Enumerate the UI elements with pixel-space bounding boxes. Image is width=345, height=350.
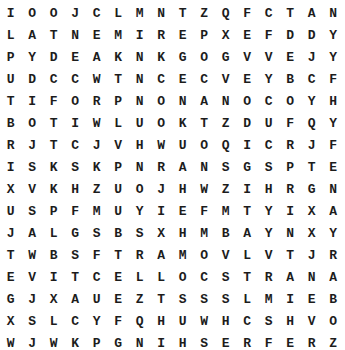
grid-cell[interactable]: S <box>215 156 237 178</box>
grid-cell[interactable]: L <box>0 24 22 46</box>
grid-cell[interactable]: U <box>129 112 151 134</box>
grid-cell[interactable]: A <box>280 266 302 288</box>
grid-cell[interactable]: P <box>280 156 302 178</box>
grid-cell[interactable]: S <box>22 200 44 222</box>
grid-cell[interactable]: E <box>108 266 130 288</box>
grid-cell[interactable]: S <box>22 310 44 332</box>
grid-cell[interactable]: W <box>86 68 108 90</box>
grid-cell[interactable]: P <box>86 332 108 350</box>
grid-cell[interactable]: L <box>151 266 173 288</box>
grid-cell[interactable]: Y <box>258 222 280 244</box>
grid-cell[interactable]: L <box>43 222 65 244</box>
grid-cell[interactable]: C <box>301 68 323 90</box>
grid-cell[interactable]: C <box>65 310 87 332</box>
grid-cell[interactable]: O <box>22 112 44 134</box>
grid-cell[interactable]: N <box>194 156 216 178</box>
grid-cell[interactable]: N <box>151 2 173 24</box>
grid-cell[interactable]: H <box>280 310 302 332</box>
grid-cell[interactable]: N <box>65 24 87 46</box>
grid-cell[interactable]: J <box>65 2 87 24</box>
grid-cell[interactable]: O <box>151 112 173 134</box>
grid-cell[interactable]: L <box>108 2 130 24</box>
grid-cell[interactable]: A <box>323 200 345 222</box>
grid-cell[interactable]: Y <box>258 68 280 90</box>
grid-cell[interactable]: H <box>258 178 280 200</box>
grid-cell[interactable]: Q <box>215 134 237 156</box>
grid-cell[interactable]: O <box>22 2 44 24</box>
grid-cell[interactable]: G <box>215 46 237 68</box>
grid-cell[interactable]: E <box>172 200 194 222</box>
grid-cell[interactable]: N <box>323 178 345 200</box>
grid-cell[interactable]: P <box>108 156 130 178</box>
grid-cell[interactable]: Z <box>323 332 345 350</box>
grid-cell[interactable]: H <box>151 310 173 332</box>
grid-cell[interactable]: O <box>151 90 173 112</box>
grid-cell[interactable]: M <box>172 244 194 266</box>
grid-cell[interactable]: E <box>237 68 259 90</box>
grid-cell[interactable]: X <box>43 288 65 310</box>
grid-cell[interactable]: U <box>86 288 108 310</box>
grid-cell[interactable]: G <box>237 156 259 178</box>
grid-cell[interactable]: S <box>65 244 87 266</box>
grid-cell[interactable]: T <box>280 2 302 24</box>
grid-cell[interactable]: E <box>280 332 302 350</box>
grid-cell[interactable]: N <box>129 68 151 90</box>
grid-cell[interactable]: H <box>129 134 151 156</box>
grid-cell[interactable]: G <box>65 222 87 244</box>
grid-cell[interactable]: J <box>86 134 108 156</box>
grid-cell[interactable]: I <box>65 112 87 134</box>
grid-cell[interactable]: F <box>43 90 65 112</box>
grid-cell[interactable]: L <box>237 244 259 266</box>
grid-cell[interactable]: V <box>22 178 44 200</box>
grid-cell[interactable]: R <box>151 24 173 46</box>
grid-cell[interactable]: Q <box>129 310 151 332</box>
grid-cell[interactable]: V <box>301 310 323 332</box>
grid-cell[interactable]: K <box>86 156 108 178</box>
grid-cell[interactable]: A <box>86 46 108 68</box>
grid-cell[interactable]: A <box>65 288 87 310</box>
grid-cell[interactable]: X <box>215 24 237 46</box>
grid-cell[interactable]: K <box>43 156 65 178</box>
grid-cell[interactable]: P <box>194 24 216 46</box>
grid-cell[interactable]: T <box>301 156 323 178</box>
grid-cell[interactable]: A <box>237 222 259 244</box>
grid-cell[interactable]: F <box>323 68 345 90</box>
grid-cell[interactable]: M <box>194 222 216 244</box>
grid-cell[interactable]: C <box>151 68 173 90</box>
grid-cell[interactable]: N <box>129 156 151 178</box>
grid-cell[interactable]: I <box>0 156 22 178</box>
grid-cell[interactable]: T <box>0 90 22 112</box>
grid-cell[interactable]: J <box>151 178 173 200</box>
grid-cell[interactable]: N <box>323 2 345 24</box>
grid-cell[interactable]: E <box>237 24 259 46</box>
grid-cell[interactable]: T <box>151 288 173 310</box>
grid-cell[interactable]: E <box>215 332 237 350</box>
grid-cell[interactable]: Z <box>215 178 237 200</box>
grid-cell[interactable]: Q <box>215 2 237 24</box>
grid-cell[interactable]: D <box>280 24 302 46</box>
grid-cell[interactable]: G <box>0 288 22 310</box>
grid-cell[interactable]: W <box>194 310 216 332</box>
grid-cell[interactable]: O <box>280 90 302 112</box>
grid-cell[interactable]: M <box>215 200 237 222</box>
grid-cell[interactable]: R <box>280 134 302 156</box>
grid-cell[interactable]: R <box>129 244 151 266</box>
grid-cell[interactable]: E <box>172 68 194 90</box>
grid-cell[interactable]: O <box>172 266 194 288</box>
grid-cell[interactable]: M <box>129 2 151 24</box>
grid-cell[interactable]: R <box>323 244 345 266</box>
grid-cell[interactable]: Y <box>323 112 345 134</box>
grid-cell[interactable]: V <box>215 68 237 90</box>
grid-cell[interactable]: A <box>172 156 194 178</box>
grid-cell[interactable]: B <box>43 244 65 266</box>
grid-cell[interactable]: G <box>301 178 323 200</box>
grid-cell[interactable]: H <box>172 332 194 350</box>
grid-cell[interactable]: Y <box>86 310 108 332</box>
grid-cell[interactable]: P <box>0 46 22 68</box>
grid-cell[interactable]: H <box>215 310 237 332</box>
grid-cell[interactable]: J <box>0 222 22 244</box>
grid-cell[interactable]: A <box>301 2 323 24</box>
grid-cell[interactable]: G <box>108 332 130 350</box>
grid-cell[interactable]: U <box>0 68 22 90</box>
grid-cell[interactable]: V <box>22 266 44 288</box>
grid-cell[interactable]: B <box>323 288 345 310</box>
grid-cell[interactable]: A <box>194 90 216 112</box>
grid-cell[interactable]: E <box>108 288 130 310</box>
grid-cell[interactable]: X <box>0 178 22 200</box>
grid-cell[interactable]: J <box>22 332 44 350</box>
grid-cell[interactable]: O <box>194 46 216 68</box>
grid-cell[interactable]: M <box>258 288 280 310</box>
grid-cell[interactable]: O <box>43 2 65 24</box>
grid-cell[interactable]: Z <box>86 178 108 200</box>
grid-cell[interactable]: Z <box>215 112 237 134</box>
grid-cell[interactable]: C <box>258 90 280 112</box>
grid-cell[interactable]: B <box>215 222 237 244</box>
grid-cell[interactable]: W <box>22 244 44 266</box>
grid-cell[interactable]: N <box>129 90 151 112</box>
grid-cell[interactable]: E <box>0 266 22 288</box>
grid-cell[interactable]: Q <box>301 112 323 134</box>
grid-cell[interactable]: B <box>0 112 22 134</box>
grid-cell[interactable]: V <box>108 134 130 156</box>
grid-cell[interactable]: C <box>237 310 259 332</box>
grid-cell[interactable]: S <box>65 156 87 178</box>
grid-cell[interactable]: J <box>301 134 323 156</box>
grid-cell[interactable]: H <box>65 178 87 200</box>
grid-cell[interactable]: I <box>280 200 302 222</box>
grid-cell[interactable]: U <box>172 310 194 332</box>
grid-cell[interactable]: T <box>0 244 22 266</box>
grid-cell[interactable]: T <box>108 68 130 90</box>
grid-cell[interactable]: V <box>258 46 280 68</box>
grid-cell[interactable]: V <box>215 244 237 266</box>
grid-cell[interactable]: C <box>194 266 216 288</box>
grid-cell[interactable]: C <box>258 2 280 24</box>
grid-cell[interactable]: F <box>108 310 130 332</box>
grid-cell[interactable]: O <box>194 134 216 156</box>
grid-cell[interactable]: R <box>301 332 323 350</box>
grid-cell[interactable]: W <box>0 332 22 350</box>
grid-cell[interactable]: T <box>65 266 87 288</box>
grid-cell[interactable]: C <box>65 68 87 90</box>
grid-cell[interactable]: L <box>237 288 259 310</box>
grid-cell[interactable]: N <box>172 90 194 112</box>
grid-cell[interactable]: V <box>258 244 280 266</box>
grid-cell[interactable]: R <box>237 332 259 350</box>
grid-cell[interactable]: S <box>172 288 194 310</box>
grid-cell[interactable]: I <box>280 288 302 310</box>
grid-cell[interactable]: E <box>172 24 194 46</box>
grid-cell[interactable]: Z <box>129 288 151 310</box>
grid-cell[interactable]: H <box>172 178 194 200</box>
grid-cell[interactable]: T <box>280 244 302 266</box>
grid-cell[interactable]: H <box>323 90 345 112</box>
grid-cell[interactable]: F <box>65 200 87 222</box>
grid-cell[interactable]: E <box>86 24 108 46</box>
grid-cell[interactable]: I <box>0 2 22 24</box>
grid-cell[interactable]: K <box>43 178 65 200</box>
grid-cell[interactable]: Y <box>22 46 44 68</box>
grid-cell[interactable]: N <box>129 46 151 68</box>
grid-cell[interactable]: D <box>237 112 259 134</box>
grid-cell[interactable]: S <box>86 222 108 244</box>
grid-cell[interactable]: B <box>280 68 302 90</box>
grid-cell[interactable]: N <box>301 266 323 288</box>
grid-cell[interactable]: L <box>129 266 151 288</box>
grid-cell[interactable]: I <box>43 266 65 288</box>
grid-cell[interactable]: R <box>258 266 280 288</box>
grid-cell[interactable]: E <box>65 46 87 68</box>
grid-cell[interactable]: F <box>258 332 280 350</box>
grid-cell[interactable]: U <box>108 178 130 200</box>
grid-cell[interactable]: T <box>108 244 130 266</box>
grid-cell[interactable]: F <box>237 2 259 24</box>
grid-cell[interactable]: T <box>194 112 216 134</box>
grid-cell[interactable]: A <box>323 266 345 288</box>
grid-cell[interactable]: W <box>194 178 216 200</box>
grid-cell[interactable]: M <box>108 24 130 46</box>
grid-cell[interactable]: F <box>194 200 216 222</box>
grid-cell[interactable]: A <box>151 244 173 266</box>
grid-cell[interactable]: D <box>43 46 65 68</box>
grid-cell[interactable]: X <box>301 200 323 222</box>
grid-cell[interactable]: Y <box>323 24 345 46</box>
grid-cell[interactable]: U <box>172 134 194 156</box>
grid-cell[interactable]: I <box>129 24 151 46</box>
grid-cell[interactable]: Y <box>258 200 280 222</box>
grid-cell[interactable]: N <box>129 332 151 350</box>
grid-cell[interactable]: Z <box>194 2 216 24</box>
grid-cell[interactable]: A <box>22 24 44 46</box>
grid-cell[interactable]: D <box>301 24 323 46</box>
grid-cell[interactable]: R <box>86 90 108 112</box>
grid-cell[interactable]: N <box>280 222 302 244</box>
grid-cell[interactable]: K <box>151 46 173 68</box>
grid-cell[interactable]: O <box>129 178 151 200</box>
grid-cell[interactable]: W <box>151 134 173 156</box>
grid-cell[interactable]: Y <box>323 222 345 244</box>
grid-cell[interactable]: Y <box>301 90 323 112</box>
grid-cell[interactable]: S <box>194 332 216 350</box>
grid-cell[interactable]: X <box>151 222 173 244</box>
grid-cell[interactable]: U <box>108 200 130 222</box>
grid-cell[interactable]: T <box>43 134 65 156</box>
grid-cell[interactable]: Y <box>129 200 151 222</box>
grid-cell[interactable]: F <box>280 112 302 134</box>
grid-cell[interactable]: X <box>301 222 323 244</box>
grid-cell[interactable]: T <box>43 24 65 46</box>
grid-cell[interactable]: U <box>258 112 280 134</box>
grid-cell[interactable]: E <box>323 156 345 178</box>
grid-cell[interactable]: N <box>215 90 237 112</box>
grid-cell[interactable]: T <box>172 2 194 24</box>
grid-cell[interactable]: J <box>22 134 44 156</box>
grid-cell[interactable]: C <box>194 68 216 90</box>
grid-cell[interactable]: M <box>86 200 108 222</box>
grid-cell[interactable]: A <box>22 222 44 244</box>
grid-cell[interactable]: E <box>301 288 323 310</box>
grid-cell[interactable]: C <box>65 134 87 156</box>
word-search-board: IOOJCLMNTZQFCTANLATNEMIREPXEFDDYPYDEAKNK… <box>0 2 344 350</box>
grid-cell[interactable]: D <box>22 68 44 90</box>
grid-cell[interactable]: I <box>237 134 259 156</box>
grid-cell[interactable]: R <box>280 178 302 200</box>
grid-cell[interactable]: L <box>43 310 65 332</box>
grid-cell[interactable]: I <box>237 178 259 200</box>
grid-cell[interactable]: O <box>237 90 259 112</box>
grid-cell[interactable]: R <box>151 156 173 178</box>
grid-cell[interactable]: T <box>237 200 259 222</box>
grid-cell[interactable]: S <box>194 288 216 310</box>
grid-cell[interactable]: G <box>172 46 194 68</box>
grid-cell[interactable]: E <box>280 46 302 68</box>
grid-cell[interactable]: I <box>151 332 173 350</box>
grid-cell[interactable]: I <box>151 200 173 222</box>
grid-cell[interactable]: J <box>301 46 323 68</box>
grid-cell[interactable]: U <box>0 200 22 222</box>
grid-cell[interactable]: O <box>194 244 216 266</box>
grid-cell[interactable]: C <box>86 2 108 24</box>
grid-cell[interactable]: V <box>237 46 259 68</box>
grid-cell[interactable]: F <box>323 134 345 156</box>
grid-cell[interactable]: X <box>0 310 22 332</box>
grid-cell[interactable]: C <box>43 68 65 90</box>
grid-cell[interactable]: K <box>65 332 87 350</box>
grid-cell[interactable]: S <box>22 156 44 178</box>
grid-cell[interactable]: W <box>43 332 65 350</box>
grid-cell[interactable]: L <box>108 112 130 134</box>
grid-cell[interactable]: P <box>108 90 130 112</box>
grid-cell[interactable]: T <box>237 266 259 288</box>
grid-cell[interactable]: Y <box>323 46 345 68</box>
grid-cell[interactable]: R <box>0 134 22 156</box>
grid-cell[interactable]: C <box>86 266 108 288</box>
grid-cell[interactable]: F <box>258 24 280 46</box>
grid-cell[interactable]: W <box>86 112 108 134</box>
grid-cell[interactable]: S <box>129 222 151 244</box>
grid-cell[interactable]: S <box>215 266 237 288</box>
grid-cell[interactable]: B <box>108 222 130 244</box>
grid-cell[interactable]: C <box>258 134 280 156</box>
grid-cell[interactable]: O <box>323 310 345 332</box>
grid-cell[interactable]: K <box>108 46 130 68</box>
grid-cell[interactable]: S <box>215 288 237 310</box>
grid-cell[interactable]: I <box>22 90 44 112</box>
grid-cell[interactable]: K <box>172 112 194 134</box>
grid-cell[interactable]: P <box>43 200 65 222</box>
grid-cell[interactable]: J <box>22 288 44 310</box>
grid-cell[interactable]: S <box>258 310 280 332</box>
grid-cell[interactable]: H <box>172 222 194 244</box>
grid-cell[interactable]: J <box>301 244 323 266</box>
grid-cell[interactable]: F <box>86 244 108 266</box>
grid-cell[interactable]: O <box>65 90 87 112</box>
grid-cell[interactable]: T <box>43 112 65 134</box>
grid-cell[interactable]: S <box>258 156 280 178</box>
